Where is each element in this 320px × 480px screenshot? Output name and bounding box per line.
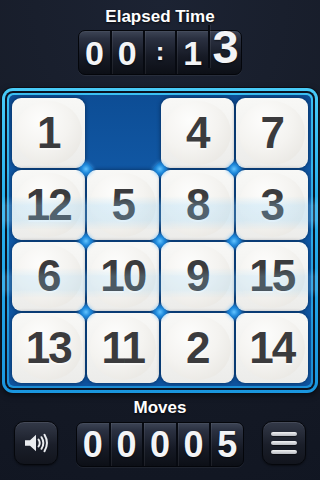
time-digit-1: 0 <box>79 31 110 74</box>
tile-2[interactable]: 2 <box>161 313 234 383</box>
moves-digit-3: 0 <box>142 423 176 466</box>
menu-button[interactable] <box>262 421 306 465</box>
moves-digit-2: 0 <box>109 423 143 466</box>
tile-7[interactable]: 7 <box>236 98 309 168</box>
board-frame-inner: 1 4 7 12 5 8 3 6 10 9 15 13 11 <box>5 91 315 390</box>
tile-10[interactable]: 10 <box>87 242 160 312</box>
moves-counter: 0 0 0 0 5 <box>76 422 244 467</box>
board-surface: 1 4 7 12 5 8 3 6 10 9 15 13 11 <box>9 95 311 386</box>
elapsed-time-counter: 0 0 : 1 3 <box>78 30 242 75</box>
speaker-icon <box>22 431 50 455</box>
board-frame-bevel: 1 4 7 12 5 8 3 6 10 9 15 13 11 <box>7 93 313 388</box>
tile-9[interactable]: 9 <box>161 242 234 312</box>
tile-11[interactable]: 11 <box>87 313 160 383</box>
tile-5[interactable]: 5 <box>87 170 160 240</box>
time-colon: : <box>143 31 176 74</box>
tile-6[interactable]: 6 <box>12 242 85 312</box>
hamburger-icon <box>271 430 297 457</box>
puzzle-board-frame: 1 4 7 12 5 8 3 6 10 9 15 13 11 <box>2 88 318 393</box>
moves-digit-1: 0 <box>77 423 109 466</box>
app-screen: Elapsed Time 0 0 : 1 3 1 4 7 12 5 8 3 <box>0 0 320 480</box>
moves-digit-4: 0 <box>176 423 210 466</box>
tile-15[interactable]: 15 <box>236 242 309 312</box>
tile-3[interactable]: 3 <box>236 170 309 240</box>
time-digit-2: 0 <box>110 31 143 74</box>
tile-4[interactable]: 4 <box>161 98 234 168</box>
tile-13[interactable]: 13 <box>12 313 85 383</box>
time-digit-4-rolling: 3 <box>208 25 241 68</box>
tile-8[interactable]: 8 <box>161 170 234 240</box>
empty-cell <box>87 98 160 168</box>
puzzle-grid: 1 4 7 12 5 8 3 6 10 9 15 13 11 <box>12 98 308 383</box>
moves-label: Moves <box>0 398 320 418</box>
moves-digit-5: 5 <box>209 423 243 466</box>
time-digit-3: 1 <box>175 31 208 74</box>
tile-1[interactable]: 1 <box>12 98 85 168</box>
tile-14[interactable]: 14 <box>236 313 309 383</box>
elapsed-time-label: Elapsed Time <box>0 7 320 27</box>
sound-button[interactable] <box>14 421 58 465</box>
tile-12[interactable]: 12 <box>12 170 85 240</box>
